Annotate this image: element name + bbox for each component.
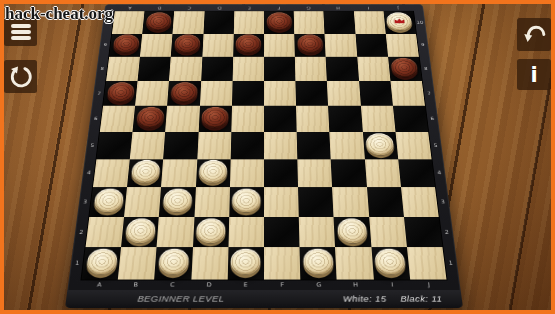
board-square-H7[interactable]: [327, 81, 360, 106]
board-square-E4[interactable]: [230, 159, 264, 187]
game-screen: ABCDEFGHIJ 10987654321 10987654321 ABCDE…: [0, 0, 555, 314]
board-square-C5[interactable]: [163, 132, 198, 159]
board-square-F5[interactable]: [264, 132, 297, 159]
board-square-J8[interactable]: [388, 57, 422, 81]
info-icon: i: [530, 63, 537, 87]
coordinate-label: E: [227, 280, 264, 291]
board-front-face: BEGINNER LEVEL White: 15Black: 11: [65, 290, 463, 308]
board-square-E5[interactable]: [230, 132, 264, 159]
board-square-F9[interactable]: [264, 34, 295, 57]
white-man[interactable]: [162, 188, 192, 212]
board-square-C9[interactable]: [171, 34, 203, 57]
info-button[interactable]: i: [517, 59, 551, 90]
board-coordinates-top: ABCDEFGHIJ: [104, 4, 423, 11]
white-man[interactable]: [199, 160, 228, 183]
board-coordinates-bottom: ABCDEFGHIJ: [67, 280, 460, 291]
board-square-F1[interactable]: [264, 247, 300, 279]
board-square-H4[interactable]: [331, 159, 367, 187]
board-square-B8[interactable]: [138, 57, 171, 81]
board-square-D10[interactable]: [203, 11, 234, 33]
board-square-C6[interactable]: [165, 106, 199, 132]
board-square-E8[interactable]: [232, 57, 264, 81]
coordinate-label: G: [294, 4, 324, 11]
board-square-J10[interactable]: [383, 11, 416, 33]
white-man[interactable]: [365, 133, 395, 155]
coordinate-label: C: [174, 4, 204, 11]
white-man[interactable]: [374, 249, 406, 275]
board-square-E7[interactable]: [232, 81, 264, 106]
crown-icon: [392, 17, 407, 25]
board-square-G7[interactable]: [296, 81, 329, 106]
board-square-C8[interactable]: [169, 57, 202, 81]
board-square-D3[interactable]: [194, 187, 230, 216]
board-square-A8[interactable]: [106, 57, 140, 81]
black-man[interactable]: [266, 12, 291, 30]
board-square-C4[interactable]: [161, 159, 197, 187]
board-square-F6[interactable]: [264, 106, 297, 132]
white-man[interactable]: [158, 249, 190, 275]
rotate-board-button[interactable]: [4, 60, 37, 93]
board-square-I3[interactable]: [367, 187, 404, 216]
black-man[interactable]: [236, 35, 262, 54]
board-square-H2[interactable]: [334, 217, 371, 248]
board-square-G4[interactable]: [297, 159, 332, 187]
black-man[interactable]: [145, 12, 172, 30]
board-square-A6[interactable]: [100, 106, 135, 132]
board-square-A5[interactable]: [96, 132, 132, 159]
board-square-J3[interactable]: [401, 187, 439, 216]
board-square-I7[interactable]: [359, 81, 393, 106]
board-square-B2[interactable]: [121, 217, 159, 248]
board-3d-wrapper: ABCDEFGHIJ 10987654321 10987654321 ABCDE…: [65, 4, 463, 308]
black-man[interactable]: [174, 35, 201, 54]
black-man[interactable]: [112, 35, 140, 54]
coordinate-label: C: [154, 280, 191, 291]
board-square-B4[interactable]: [127, 159, 163, 187]
board-square-C2[interactable]: [157, 217, 194, 248]
board-square-F3[interactable]: [264, 187, 299, 216]
board-square-C1[interactable]: [155, 247, 193, 279]
board-square-J7[interactable]: [390, 81, 425, 106]
hamburger-icon: [11, 24, 31, 27]
coordinate-label: J: [383, 4, 414, 11]
board-square-I10[interactable]: [354, 11, 386, 33]
white-man[interactable]: [125, 218, 157, 243]
board-square-G6[interactable]: [296, 106, 329, 132]
white-score-label: White: 15: [343, 294, 387, 304]
board-square-C3[interactable]: [159, 187, 195, 216]
board-square-C10[interactable]: [173, 11, 205, 33]
black-man[interactable]: [170, 82, 198, 103]
board-square-A4[interactable]: [93, 159, 130, 187]
score-labels: White: 15Black: 11: [329, 294, 443, 304]
undo-button[interactable]: [517, 18, 551, 51]
white-man[interactable]: [231, 249, 261, 275]
board-square-I6[interactable]: [361, 106, 396, 132]
board-square-J9[interactable]: [386, 34, 419, 57]
board-square-J1[interactable]: [407, 247, 447, 279]
board-square-G8[interactable]: [295, 57, 327, 81]
board-square-J6[interactable]: [393, 106, 428, 132]
board-square-D4[interactable]: [196, 159, 231, 187]
board-square-D1[interactable]: [191, 247, 228, 279]
board-square-I9[interactable]: [355, 34, 388, 57]
black-score-label: Black: 11: [400, 294, 443, 304]
white-man[interactable]: [232, 188, 261, 212]
board-square-J4[interactable]: [398, 159, 435, 187]
coordinate-label: H: [337, 280, 374, 291]
coordinate-label: A: [115, 4, 146, 11]
board-square-G1[interactable]: [300, 247, 337, 279]
board-square-E1[interactable]: [228, 247, 264, 279]
board-square-D5[interactable]: [197, 132, 231, 159]
white-king[interactable]: [386, 12, 413, 30]
board-grid: [82, 11, 447, 279]
board-square-D6[interactable]: [198, 106, 231, 132]
board-square-H10[interactable]: [324, 11, 356, 33]
board-square-I2[interactable]: [369, 217, 407, 248]
board-square-A2[interactable]: [86, 217, 125, 248]
board-square-A3[interactable]: [89, 187, 127, 216]
board-square-A7[interactable]: [103, 81, 138, 106]
coordinate-label: H: [323, 4, 353, 11]
white-man[interactable]: [93, 188, 124, 212]
board-square-G9[interactable]: [294, 34, 326, 57]
board-square-B3[interactable]: [124, 187, 161, 216]
coordinate-label: A: [80, 280, 118, 291]
board-square-E2[interactable]: [228, 217, 264, 248]
checkers-board: ABCDEFGHIJ 10987654321 10987654321 ABCDE…: [65, 4, 463, 308]
board-square-H8[interactable]: [326, 57, 359, 81]
rotate-icon: [9, 65, 33, 89]
coordinate-label: B: [145, 4, 175, 11]
black-man[interactable]: [201, 107, 229, 128]
coordinate-label: I: [374, 280, 412, 291]
board-square-B1[interactable]: [118, 247, 157, 279]
coordinate-label: D: [190, 280, 227, 291]
board-square-G3[interactable]: [298, 187, 334, 216]
board-square-G10[interactable]: [294, 11, 325, 33]
board-square-E9[interactable]: [233, 34, 264, 57]
white-man[interactable]: [85, 249, 118, 275]
board-square-A1[interactable]: [82, 247, 122, 279]
coordinate-label: F: [264, 4, 294, 11]
watermark: hack-cheat.org: [5, 4, 113, 24]
black-man[interactable]: [106, 82, 135, 103]
board-square-B9[interactable]: [140, 34, 173, 57]
white-man[interactable]: [196, 218, 226, 243]
board-square-B6[interactable]: [133, 106, 168, 132]
board-square-E10[interactable]: [234, 11, 264, 33]
undo-icon: [522, 22, 547, 47]
coordinate-label: J: [410, 280, 448, 291]
coordinate-label: D: [204, 4, 234, 11]
board-square-D9[interactable]: [202, 34, 234, 57]
white-man[interactable]: [337, 218, 368, 243]
board-square-J5[interactable]: [395, 132, 431, 159]
white-man[interactable]: [130, 160, 160, 183]
level-label: BEGINNER LEVEL: [137, 294, 224, 304]
board-square-F8[interactable]: [264, 57, 296, 81]
board-square-A10[interactable]: [112, 11, 145, 33]
board-square-D7[interactable]: [200, 81, 233, 106]
board-square-F10[interactable]: [264, 11, 294, 33]
board-square-I8[interactable]: [357, 57, 390, 81]
coordinate-label: I: [353, 4, 383, 11]
board-square-E6[interactable]: [231, 106, 264, 132]
board-square-I1[interactable]: [371, 247, 410, 279]
black-man[interactable]: [136, 107, 165, 128]
board-square-F2[interactable]: [264, 217, 300, 248]
board-square-F7[interactable]: [264, 81, 296, 106]
board-square-H5[interactable]: [330, 132, 365, 159]
black-man[interactable]: [391, 58, 419, 78]
board-square-A9[interactable]: [109, 34, 142, 57]
board-square-B7[interactable]: [135, 81, 169, 106]
board-square-G2[interactable]: [299, 217, 335, 248]
board-square-E3[interactable]: [229, 187, 264, 216]
coordinate-label: G: [301, 280, 338, 291]
board-square-H3[interactable]: [332, 187, 368, 216]
board-square-F4[interactable]: [264, 159, 298, 187]
board-square-J2[interactable]: [404, 217, 443, 248]
board-square-D8[interactable]: [201, 57, 233, 81]
board-square-H9[interactable]: [325, 34, 357, 57]
coordinate-label: B: [117, 280, 155, 291]
board-square-G5[interactable]: [297, 132, 331, 159]
black-man[interactable]: [297, 35, 323, 54]
board-square-H1[interactable]: [335, 247, 373, 279]
white-man[interactable]: [303, 249, 334, 275]
coordinate-label: F: [264, 280, 301, 291]
coordinate-label: E: [234, 4, 264, 11]
board-square-B10[interactable]: [142, 11, 174, 33]
board-square-B5[interactable]: [130, 132, 166, 159]
board-square-C7[interactable]: [167, 81, 200, 106]
board-square-I5[interactable]: [363, 132, 399, 159]
board-square-I4[interactable]: [365, 159, 401, 187]
board-square-D2[interactable]: [193, 217, 229, 248]
board-square-H6[interactable]: [328, 106, 362, 132]
